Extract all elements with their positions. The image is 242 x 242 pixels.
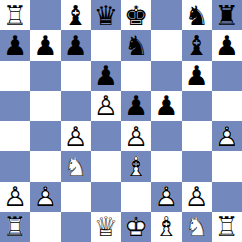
piece-glyph-outline: ♘ — [61, 151, 91, 181]
piece-glyph-fill: ♟ — [30, 182, 60, 212]
square-d2[interactable] — [91, 182, 121, 212]
square-g1[interactable]: ♞♘ — [182, 212, 212, 242]
square-g4[interactable] — [182, 121, 212, 151]
piece-glyph-fill: ♝ — [182, 30, 212, 60]
square-h1[interactable]: ♜♖ — [212, 212, 242, 242]
piece-glyph-fill: ♛ — [91, 212, 121, 242]
piece-black-pawn[interactable]: ♟ — [0, 30, 30, 60]
square-b6[interactable] — [30, 61, 60, 91]
square-d7[interactable] — [91, 30, 121, 60]
piece-black-king[interactable]: ♚ — [121, 0, 151, 30]
square-d5[interactable]: ♟♙ — [91, 91, 121, 121]
piece-glyph-fill: ♟ — [212, 30, 242, 60]
piece-white-rook[interactable]: ♜♖ — [0, 212, 30, 242]
chess-board: ♜♖♝♛♚♞♜♟♟♟♞♝♟♟♟♟♙♟♟♟♙♟♙♟♙♞♘♝♗♟♙♟♙♟♙♟♙♜♖♛… — [0, 0, 242, 242]
square-g2[interactable]: ♟♙ — [182, 182, 212, 212]
piece-glyph-outline: ♖ — [212, 212, 242, 242]
square-h3[interactable] — [212, 151, 242, 181]
square-h4[interactable]: ♟♙ — [212, 121, 242, 151]
piece-glyph-fill: ♟ — [182, 182, 212, 212]
piece-glyph-fill: ♟ — [0, 182, 30, 212]
piece-glyph-fill: ♟ — [151, 91, 181, 121]
square-f3[interactable] — [151, 151, 181, 181]
square-e6[interactable] — [121, 61, 151, 91]
square-a6[interactable] — [0, 61, 30, 91]
piece-glyph-outline: ♖ — [0, 0, 30, 30]
square-b8[interactable] — [30, 0, 60, 30]
piece-black-bishop[interactable]: ♝ — [182, 30, 212, 60]
square-b1[interactable] — [30, 212, 60, 242]
piece-black-bishop[interactable]: ♝ — [61, 0, 91, 30]
square-f1[interactable]: ♝♗ — [151, 212, 181, 242]
square-g8[interactable]: ♞ — [182, 0, 212, 30]
piece-white-bishop[interactable]: ♝♗ — [121, 151, 151, 181]
piece-glyph-fill: ♞ — [182, 212, 212, 242]
piece-glyph-fill: ♟ — [121, 91, 151, 121]
square-b2[interactable]: ♟♙ — [30, 182, 60, 212]
piece-black-rook[interactable]: ♜ — [212, 0, 242, 30]
square-a1[interactable]: ♜♖ — [0, 212, 30, 242]
square-e5[interactable]: ♟ — [121, 91, 151, 121]
square-h2[interactable] — [212, 182, 242, 212]
piece-glyph-outline: ♕ — [91, 212, 121, 242]
piece-glyph-outline: ♙ — [151, 182, 181, 212]
piece-white-knight[interactable]: ♞♘ — [61, 151, 91, 181]
square-g5[interactable] — [182, 91, 212, 121]
piece-black-knight[interactable]: ♞ — [121, 30, 151, 60]
square-d6[interactable]: ♟ — [91, 61, 121, 91]
square-b5[interactable] — [30, 91, 60, 121]
square-f4[interactable] — [151, 121, 181, 151]
piece-glyph-outline: ♔ — [121, 212, 151, 242]
square-c3[interactable]: ♞♘ — [61, 151, 91, 181]
piece-white-pawn[interactable]: ♟♙ — [121, 121, 151, 151]
square-d1[interactable]: ♛♕ — [91, 212, 121, 242]
piece-glyph-fill: ♚ — [121, 212, 151, 242]
piece-glyph-fill: ♟ — [121, 121, 151, 151]
piece-white-bishop[interactable]: ♝♗ — [151, 212, 181, 242]
piece-white-pawn[interactable]: ♟♙ — [212, 121, 242, 151]
square-e4[interactable]: ♟♙ — [121, 121, 151, 151]
piece-black-pawn[interactable]: ♟ — [212, 30, 242, 60]
square-a7[interactable]: ♟ — [0, 30, 30, 60]
square-f2[interactable]: ♟♙ — [151, 182, 181, 212]
piece-white-king[interactable]: ♚♔ — [121, 212, 151, 242]
square-c5[interactable] — [61, 91, 91, 121]
square-f5[interactable]: ♟ — [151, 91, 181, 121]
square-d8[interactable]: ♛ — [91, 0, 121, 30]
piece-glyph-fill: ♛ — [91, 0, 121, 30]
piece-glyph-outline: ♖ — [0, 212, 30, 242]
piece-black-knight[interactable]: ♞ — [182, 0, 212, 30]
piece-glyph-fill: ♞ — [121, 30, 151, 60]
square-a3[interactable] — [0, 151, 30, 181]
piece-glyph-fill: ♟ — [61, 121, 91, 151]
square-a2[interactable]: ♟♙ — [0, 182, 30, 212]
square-g6[interactable]: ♟ — [182, 61, 212, 91]
square-e1[interactable]: ♚♔ — [121, 212, 151, 242]
square-e7[interactable]: ♞ — [121, 30, 151, 60]
piece-glyph-fill: ♜ — [0, 0, 30, 30]
square-a8[interactable]: ♜♖ — [0, 0, 30, 30]
square-g3[interactable] — [182, 151, 212, 181]
square-h5[interactable] — [212, 91, 242, 121]
square-b4[interactable] — [30, 121, 60, 151]
piece-glyph-outline: ♗ — [121, 151, 151, 181]
square-b3[interactable] — [30, 151, 60, 181]
piece-glyph-fill: ♝ — [61, 0, 91, 30]
square-g7[interactable]: ♝ — [182, 30, 212, 60]
piece-glyph-outline: ♙ — [182, 182, 212, 212]
square-e2[interactable] — [121, 182, 151, 212]
piece-black-pawn[interactable]: ♟ — [30, 30, 60, 60]
piece-white-pawn[interactable]: ♟♙ — [182, 182, 212, 212]
square-c6[interactable] — [61, 61, 91, 91]
piece-glyph-fill: ♟ — [182, 61, 212, 91]
piece-black-queen[interactable]: ♛ — [91, 0, 121, 30]
square-b7[interactable]: ♟ — [30, 30, 60, 60]
square-f8[interactable] — [151, 0, 181, 30]
piece-glyph-outline: ♙ — [30, 182, 60, 212]
piece-white-pawn[interactable]: ♟♙ — [61, 121, 91, 151]
square-d4[interactable] — [91, 121, 121, 151]
piece-glyph-fill: ♟ — [212, 121, 242, 151]
square-a4[interactable] — [0, 121, 30, 151]
piece-white-queen[interactable]: ♛♕ — [91, 212, 121, 242]
piece-glyph-fill: ♜ — [0, 212, 30, 242]
square-d3[interactable] — [91, 151, 121, 181]
piece-black-pawn[interactable]: ♟ — [91, 61, 121, 91]
square-c7[interactable]: ♟ — [61, 30, 91, 60]
piece-white-rook[interactable]: ♜♖ — [0, 0, 30, 30]
piece-glyph-outline: ♙ — [0, 182, 30, 212]
piece-glyph-outline: ♗ — [151, 212, 181, 242]
piece-white-pawn[interactable]: ♟♙ — [30, 182, 60, 212]
piece-glyph-fill: ♟ — [0, 30, 30, 60]
piece-glyph-outline: ♙ — [212, 121, 242, 151]
piece-glyph-fill: ♟ — [30, 30, 60, 60]
square-f7[interactable] — [151, 30, 181, 60]
square-c2[interactable] — [61, 182, 91, 212]
piece-glyph-fill: ♟ — [151, 182, 181, 212]
piece-glyph-fill: ♞ — [61, 151, 91, 181]
piece-glyph-fill: ♝ — [121, 151, 151, 181]
piece-glyph-fill: ♚ — [121, 0, 151, 30]
piece-black-pawn[interactable]: ♟ — [182, 61, 212, 91]
piece-white-pawn[interactable]: ♟♙ — [151, 182, 181, 212]
square-c1[interactable] — [61, 212, 91, 242]
piece-glyph-fill: ♜ — [212, 212, 242, 242]
piece-black-pawn[interactable]: ♟ — [151, 91, 181, 121]
piece-white-rook[interactable]: ♜♖ — [212, 212, 242, 242]
square-c4[interactable]: ♟♙ — [61, 121, 91, 151]
square-h7[interactable]: ♟ — [212, 30, 242, 60]
piece-glyph-outline: ♙ — [61, 121, 91, 151]
piece-white-knight[interactable]: ♞♘ — [182, 212, 212, 242]
square-h6[interactable] — [212, 61, 242, 91]
square-e3[interactable]: ♝♗ — [121, 151, 151, 181]
piece-glyph-fill: ♟ — [91, 61, 121, 91]
piece-white-pawn[interactable]: ♟♙ — [0, 182, 30, 212]
square-a5[interactable] — [0, 91, 30, 121]
square-h8[interactable]: ♜ — [212, 0, 242, 30]
piece-glyph-fill: ♟ — [91, 91, 121, 121]
piece-white-pawn[interactable]: ♟♙ — [91, 91, 121, 121]
square-c8[interactable]: ♝ — [61, 0, 91, 30]
piece-glyph-outline: ♙ — [121, 121, 151, 151]
square-e8[interactable]: ♚ — [121, 0, 151, 30]
square-f6[interactable] — [151, 61, 181, 91]
piece-glyph-outline: ♙ — [91, 91, 121, 121]
piece-black-pawn[interactable]: ♟ — [121, 91, 151, 121]
piece-glyph-outline: ♘ — [182, 212, 212, 242]
piece-glyph-fill: ♟ — [61, 30, 91, 60]
piece-glyph-fill: ♜ — [212, 0, 242, 30]
piece-glyph-fill: ♞ — [182, 0, 212, 30]
piece-glyph-fill: ♝ — [151, 212, 181, 242]
piece-black-pawn[interactable]: ♟ — [61, 30, 91, 60]
